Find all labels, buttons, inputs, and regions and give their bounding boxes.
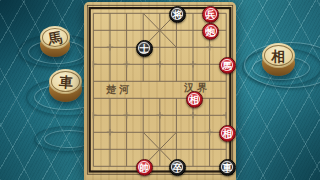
pieces-layer: 将兵炮士馬相相帥卒車 — [0, 0, 320, 180]
piece-black-soldier[interactable]: 卒 — [169, 159, 186, 176]
piece-black-general[interactable]: 将 — [169, 6, 186, 23]
piece-red-elephant-1[interactable]: 相 — [186, 91, 203, 108]
xiangqi-app-window: 馬 車 相 楚河 汉界 将兵炮士馬相相帥卒車 — [0, 0, 320, 180]
piece-red-soldier[interactable]: 兵 — [202, 6, 219, 23]
piece-red-horse[interactable]: 馬 — [219, 57, 236, 74]
piece-red-elephant-2[interactable]: 相 — [219, 125, 236, 142]
piece-red-cannon[interactable]: 炮 — [202, 23, 219, 40]
piece-black-chariot[interactable]: 車 — [219, 159, 236, 176]
piece-black-advisor[interactable]: 士 — [136, 40, 153, 57]
piece-red-general[interactable]: 帥 — [136, 159, 153, 176]
